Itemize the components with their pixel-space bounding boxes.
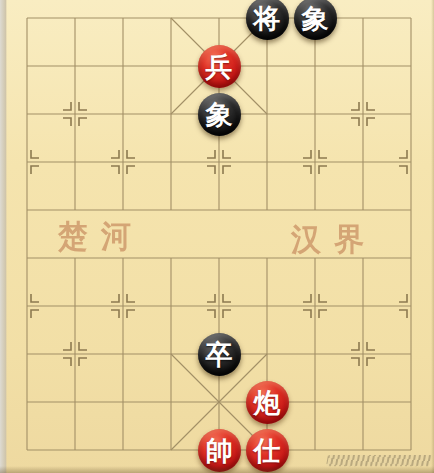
screen-edge-left [0,0,7,473]
piece-卒-black[interactable]: 卒 [198,333,241,376]
piece-象-black[interactable]: 象 [198,93,241,136]
pieces-layer: 将象兵象卒炮帥仕 [3,0,434,473]
piece-将-black[interactable]: 将 [246,0,289,40]
piece-炮-red[interactable]: 炮 [246,381,289,424]
screen-edge-bottom [0,466,434,473]
piece-象-black[interactable]: 象 [294,0,337,40]
xiangqi-board: 楚河 汉界 将象兵象卒炮帥仕 [0,0,434,473]
watermark [326,455,432,466]
piece-兵-red[interactable]: 兵 [198,45,241,88]
